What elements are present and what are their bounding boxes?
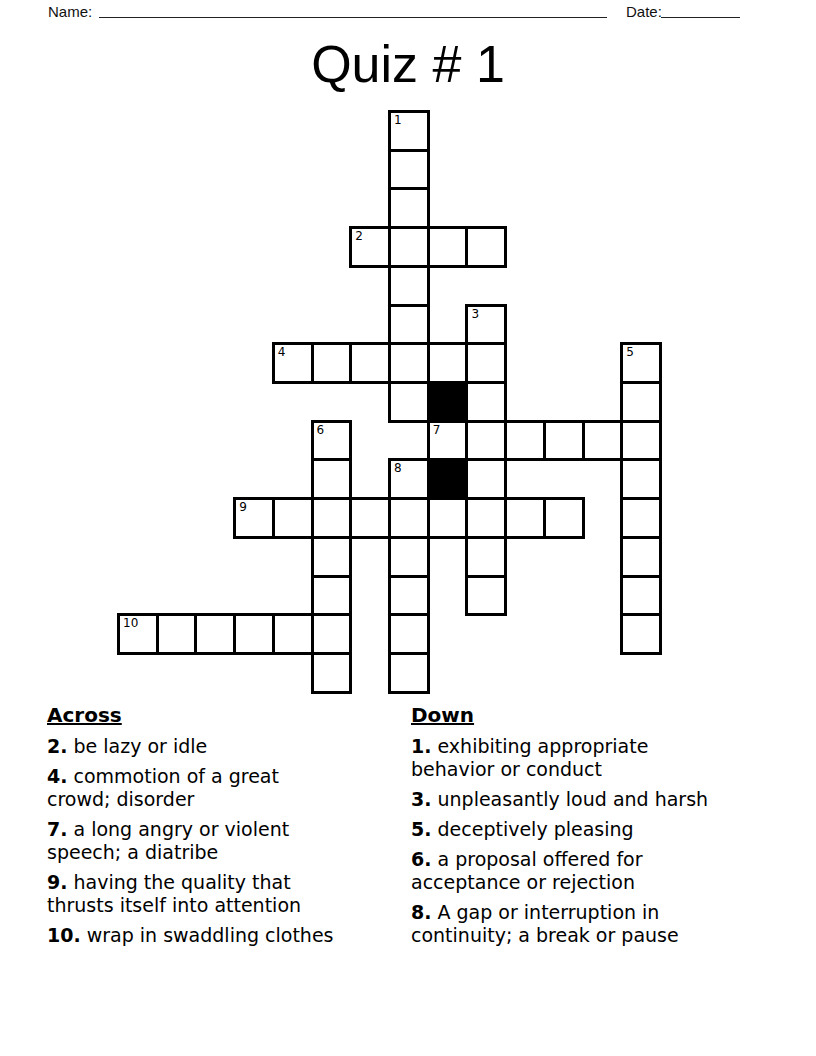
clue-text: commotion of a great crowd; disorder xyxy=(47,765,279,810)
grid-cell[interactable]: 5 xyxy=(620,342,662,384)
grid-cell[interactable] xyxy=(543,420,585,462)
clue-text: a long angry or violent speech; a diatri… xyxy=(47,818,289,863)
grid-cell[interactable]: 9 xyxy=(233,497,275,539)
grid-cell[interactable] xyxy=(311,458,353,500)
cell-number-4: 4 xyxy=(278,345,286,360)
clue-text: a proposal offered for acceptance or rej… xyxy=(411,848,643,893)
grid-cell[interactable] xyxy=(582,420,624,462)
clue-text: be lazy or idle xyxy=(67,735,207,757)
grid-cell[interactable] xyxy=(156,613,198,655)
clue-text: wrap in swaddling clothes xyxy=(81,924,334,946)
grid-cell[interactable]: 1 xyxy=(388,110,430,152)
clue-number: 2. xyxy=(47,735,67,757)
clue-text: unpleasantly loud and harsh xyxy=(431,788,708,810)
clue-number: 1. xyxy=(411,735,431,757)
grid-cell[interactable] xyxy=(194,613,236,655)
grid-cell[interactable] xyxy=(427,497,469,539)
clue-text: exhibiting appropriate behavior or condu… xyxy=(411,735,648,780)
grid-cell[interactable] xyxy=(465,381,507,423)
grid-cell[interactable] xyxy=(465,536,507,578)
grid-cell[interactable] xyxy=(388,187,430,229)
grid-cell[interactable] xyxy=(311,613,353,655)
grid-cell[interactable] xyxy=(388,265,430,307)
grid-cell[interactable] xyxy=(388,381,430,423)
crossword-grid: 12345678910 xyxy=(0,0,816,700)
grid-cell[interactable] xyxy=(465,497,507,539)
grid-cell[interactable] xyxy=(311,536,353,578)
across-clue-7: 7. a long angry or violent speech; a dia… xyxy=(47,818,365,864)
across-clue-list: 2. be lazy or idle4. commotion of a grea… xyxy=(47,735,365,947)
grid-cell[interactable] xyxy=(388,613,430,655)
grid-cell[interactable]: 2 xyxy=(349,226,391,268)
grid-cell[interactable] xyxy=(543,497,585,539)
grid-cell[interactable] xyxy=(620,381,662,423)
grid-cell[interactable] xyxy=(620,458,662,500)
across-clue-10: 10. wrap in swaddling clothes xyxy=(47,924,365,947)
grid-cell[interactable] xyxy=(465,575,507,617)
grid-cell[interactable] xyxy=(465,342,507,384)
grid-cell[interactable] xyxy=(504,497,546,539)
grid-cell-black xyxy=(427,381,469,423)
cell-number-5: 5 xyxy=(626,345,634,360)
grid-cell[interactable] xyxy=(620,613,662,655)
cell-number-3: 3 xyxy=(471,307,479,322)
grid-cell[interactable]: 6 xyxy=(311,420,353,462)
grid-cell[interactable] xyxy=(388,497,430,539)
down-clue-list: 1. exhibiting appropriate behavior or co… xyxy=(411,735,761,947)
grid-cell[interactable] xyxy=(272,613,314,655)
down-clue-5: 5. deceptively pleasing xyxy=(411,818,761,841)
grid-cell[interactable] xyxy=(311,342,353,384)
cell-number-10: 10 xyxy=(123,616,138,631)
grid-cell[interactable]: 10 xyxy=(117,613,159,655)
grid-cell[interactable]: 4 xyxy=(272,342,314,384)
across-clues-section: Across 2. be lazy or idle4. commotion of… xyxy=(47,703,365,954)
cell-number-8: 8 xyxy=(394,461,402,476)
grid-cell[interactable] xyxy=(620,575,662,617)
down-clue-6: 6. a proposal offered for acceptance or … xyxy=(411,848,761,894)
across-clue-2: 2. be lazy or idle xyxy=(47,735,365,758)
grid-cell[interactable]: 3 xyxy=(465,304,507,346)
grid-cell[interactable] xyxy=(465,458,507,500)
grid-cell[interactable] xyxy=(388,149,430,191)
grid-cell[interactable] xyxy=(388,536,430,578)
grid-cell[interactable] xyxy=(311,652,353,694)
clue-text: A gap or interruption in continuity; a b… xyxy=(411,901,679,946)
clue-number: 6. xyxy=(411,848,431,870)
clue-number: 5. xyxy=(411,818,431,840)
grid-cell[interactable] xyxy=(504,420,546,462)
across-heading: Across xyxy=(47,703,365,727)
grid-cell[interactable] xyxy=(388,304,430,346)
clue-number: 10. xyxy=(47,924,81,946)
grid-cell[interactable] xyxy=(388,342,430,384)
across-clue-4: 4. commotion of a great crowd; disorder xyxy=(47,765,365,811)
grid-cell[interactable] xyxy=(427,226,469,268)
grid-cell[interactable] xyxy=(272,497,314,539)
grid-cell[interactable] xyxy=(620,536,662,578)
grid-cell[interactable] xyxy=(233,613,275,655)
grid-cell[interactable] xyxy=(388,575,430,617)
down-clue-3: 3. unpleasantly loud and harsh xyxy=(411,788,761,811)
grid-cell[interactable] xyxy=(465,420,507,462)
grid-cell[interactable] xyxy=(388,226,430,268)
clue-number: 4. xyxy=(47,765,67,787)
grid-cell[interactable] xyxy=(349,342,391,384)
grid-cell[interactable] xyxy=(311,497,353,539)
clue-text: deceptively pleasing xyxy=(431,818,633,840)
clue-number: 9. xyxy=(47,871,67,893)
cell-number-1: 1 xyxy=(394,113,402,128)
grid-cell[interactable]: 7 xyxy=(427,420,469,462)
cell-number-9: 9 xyxy=(239,500,247,515)
grid-cell[interactable] xyxy=(620,420,662,462)
grid-cell[interactable] xyxy=(465,226,507,268)
grid-cell[interactable]: 8 xyxy=(388,458,430,500)
across-clue-9: 9. having the quality that thrusts itsel… xyxy=(47,871,365,917)
grid-cell[interactable] xyxy=(620,497,662,539)
grid-cell-black xyxy=(427,458,469,500)
down-clues-section: Down 1. exhibiting appropriate behavior … xyxy=(411,703,761,954)
down-heading: Down xyxy=(411,703,761,727)
grid-cell[interactable] xyxy=(349,497,391,539)
clue-number: 7. xyxy=(47,818,67,840)
clue-text: having the quality that thrusts itself i… xyxy=(47,871,301,916)
clue-number: 3. xyxy=(411,788,431,810)
cell-number-6: 6 xyxy=(317,423,325,438)
grid-cell[interactable] xyxy=(311,575,353,617)
clue-number: 8. xyxy=(411,901,431,923)
down-clue-8: 8. A gap or interruption in continuity; … xyxy=(411,901,761,947)
worksheet-page: Name: Date: Quiz # 1 12345678910 Across … xyxy=(0,0,816,1056)
down-clue-1: 1. exhibiting appropriate behavior or co… xyxy=(411,735,761,781)
grid-cell[interactable] xyxy=(427,342,469,384)
cell-number-2: 2 xyxy=(355,229,363,244)
grid-cell[interactable] xyxy=(388,652,430,694)
cell-number-7: 7 xyxy=(433,423,441,438)
